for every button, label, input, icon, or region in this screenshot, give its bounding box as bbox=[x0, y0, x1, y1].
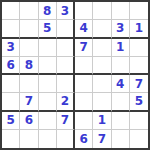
cell-r4c2: 8 bbox=[20, 57, 38, 75]
cell-r2c4[interactable] bbox=[57, 20, 75, 38]
sudoku-board: 8354313716847725567167 bbox=[0, 0, 150, 150]
cell-r5c7: 4 bbox=[112, 75, 130, 93]
cell-r6c8: 5 bbox=[130, 93, 148, 111]
cell-r6c5[interactable] bbox=[75, 93, 93, 111]
cell-r4c7[interactable] bbox=[112, 57, 130, 75]
cell-r7c3[interactable] bbox=[39, 112, 57, 130]
cell-r4c3[interactable] bbox=[39, 57, 57, 75]
cell-r1c3: 8 bbox=[39, 2, 57, 20]
cell-r7c6: 1 bbox=[93, 112, 111, 130]
cell-r5c5[interactable] bbox=[75, 75, 93, 93]
cell-r2c1[interactable] bbox=[2, 20, 20, 38]
cell-r5c6[interactable] bbox=[93, 75, 111, 93]
cell-r6c6[interactable] bbox=[93, 93, 111, 111]
cell-r8c7[interactable] bbox=[112, 130, 130, 148]
cell-r1c6[interactable] bbox=[93, 2, 111, 20]
cell-r2c2[interactable] bbox=[20, 20, 38, 38]
cell-r7c5[interactable] bbox=[75, 112, 93, 130]
cell-r7c2: 6 bbox=[20, 112, 38, 130]
cell-r8c2[interactable] bbox=[20, 130, 38, 148]
cell-r7c8[interactable] bbox=[130, 112, 148, 130]
cell-r1c2[interactable] bbox=[20, 2, 38, 20]
cell-r1c8[interactable] bbox=[130, 2, 148, 20]
cell-r5c3[interactable] bbox=[39, 75, 57, 93]
cell-r2c6[interactable] bbox=[93, 20, 111, 38]
cell-r3c2[interactable] bbox=[20, 39, 38, 57]
cell-r8c5: 6 bbox=[75, 130, 93, 148]
cell-r2c5: 4 bbox=[75, 20, 93, 38]
cell-r4c1: 6 bbox=[2, 57, 20, 75]
cell-r5c1[interactable] bbox=[2, 75, 20, 93]
cell-r8c8[interactable] bbox=[130, 130, 148, 148]
cell-r2c3: 5 bbox=[39, 20, 57, 38]
cell-r2c8: 1 bbox=[130, 20, 148, 38]
cell-r1c5[interactable] bbox=[75, 2, 93, 20]
cell-r1c1[interactable] bbox=[2, 2, 20, 20]
cell-r6c1[interactable] bbox=[2, 93, 20, 111]
cell-r6c7[interactable] bbox=[112, 93, 130, 111]
cell-r7c4: 7 bbox=[57, 112, 75, 130]
cell-r6c2: 7 bbox=[20, 93, 38, 111]
cell-r6c4: 2 bbox=[57, 93, 75, 111]
cell-r8c1[interactable] bbox=[2, 130, 20, 148]
cell-r1c4: 3 bbox=[57, 2, 75, 20]
cell-r4c6[interactable] bbox=[93, 57, 111, 75]
cell-r2c7: 3 bbox=[112, 20, 130, 38]
cell-r7c1: 5 bbox=[2, 112, 20, 130]
cell-r5c2[interactable] bbox=[20, 75, 38, 93]
cell-r7c7[interactable] bbox=[112, 112, 130, 130]
cell-r4c4[interactable] bbox=[57, 57, 75, 75]
cell-r1c7[interactable] bbox=[112, 2, 130, 20]
cell-r8c4[interactable] bbox=[57, 130, 75, 148]
cell-r6c3[interactable] bbox=[39, 93, 57, 111]
cell-r3c7: 1 bbox=[112, 39, 130, 57]
cell-r4c8[interactable] bbox=[130, 57, 148, 75]
cell-r8c3[interactable] bbox=[39, 130, 57, 148]
cell-r3c6[interactable] bbox=[93, 39, 111, 57]
cell-r3c4[interactable] bbox=[57, 39, 75, 57]
cell-r3c3[interactable] bbox=[39, 39, 57, 57]
cell-r8c6: 7 bbox=[93, 130, 111, 148]
cell-r4c5[interactable] bbox=[75, 57, 93, 75]
cell-r5c4[interactable] bbox=[57, 75, 75, 93]
cell-r5c8: 7 bbox=[130, 75, 148, 93]
cell-r3c8[interactable] bbox=[130, 39, 148, 57]
cell-r3c5: 7 bbox=[75, 39, 93, 57]
cell-r3c1: 3 bbox=[2, 39, 20, 57]
